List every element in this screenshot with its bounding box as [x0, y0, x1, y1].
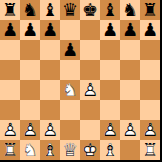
piece-fill: ♜	[0, 0, 20, 20]
square-f6[interactable]	[100, 40, 120, 60]
square-a5[interactable]	[0, 60, 20, 80]
piece-fill: ♟	[60, 40, 80, 60]
square-g5[interactable]	[120, 60, 140, 80]
piece-outline: ♙	[140, 120, 160, 140]
piece-outline: ♙	[100, 120, 120, 140]
piece-white-pawn-icon: ♟♙	[20, 120, 40, 140]
piece-white-rook-icon: ♜♖	[140, 140, 160, 160]
piece-outline: ♙	[80, 80, 100, 100]
square-e7[interactable]	[80, 20, 100, 40]
piece-black-pawn-icon: ♟	[40, 20, 60, 40]
piece-white-rook-icon: ♜♖	[0, 140, 20, 160]
square-a1[interactable]: ♜♖	[0, 140, 20, 160]
piece-white-king-icon: ♚♔	[80, 140, 100, 160]
square-c1[interactable]: ♝♗	[40, 140, 60, 160]
piece-white-pawn-icon: ♟♙	[0, 120, 20, 140]
piece-fill: ♟	[100, 20, 120, 40]
square-b8[interactable]: ♞	[20, 0, 40, 20]
square-g3[interactable]	[120, 100, 140, 120]
piece-white-pawn-icon: ♟♙	[40, 120, 60, 140]
piece-fill: ♚	[80, 0, 100, 20]
square-b7[interactable]: ♟	[20, 20, 40, 40]
square-h5[interactable]	[140, 60, 160, 80]
square-b3[interactable]	[20, 100, 40, 120]
square-a6[interactable]	[0, 40, 20, 60]
piece-black-rook-icon: ♜	[0, 0, 20, 20]
piece-black-pawn-icon: ♟	[140, 20, 160, 40]
square-f1[interactable]: ♝♗	[100, 140, 120, 160]
piece-fill: ♛	[60, 0, 80, 20]
square-b2[interactable]: ♟♙	[20, 120, 40, 140]
square-f7[interactable]: ♟	[100, 20, 120, 40]
square-c3[interactable]	[40, 100, 60, 120]
square-g4[interactable]	[120, 80, 140, 100]
piece-white-knight-icon: ♞♘	[20, 140, 40, 160]
piece-black-bishop-icon: ♝	[40, 0, 60, 20]
piece-black-queen-icon: ♛	[60, 0, 80, 20]
piece-fill: ♞	[20, 0, 40, 20]
square-b1[interactable]: ♞♘	[20, 140, 40, 160]
piece-black-knight-icon: ♞	[20, 0, 40, 20]
piece-fill: ♟	[120, 20, 140, 40]
piece-outline: ♕	[60, 140, 80, 160]
square-c8[interactable]: ♝	[40, 0, 60, 20]
square-a2[interactable]: ♟♙	[0, 120, 20, 140]
piece-white-knight-icon: ♞♘	[60, 80, 80, 100]
square-a3[interactable]	[0, 100, 20, 120]
square-b5[interactable]	[20, 60, 40, 80]
piece-white-pawn-icon: ♟♙	[80, 80, 100, 100]
square-b6[interactable]	[20, 40, 40, 60]
piece-fill: ♞	[120, 0, 140, 20]
piece-outline: ♘	[20, 140, 40, 160]
piece-outline: ♖	[140, 140, 160, 160]
piece-fill: ♟	[140, 20, 160, 40]
piece-black-rook-icon: ♜	[140, 0, 160, 20]
square-g2[interactable]: ♟♙	[120, 120, 140, 140]
square-f5[interactable]	[100, 60, 120, 80]
square-h3[interactable]	[140, 100, 160, 120]
square-f8[interactable]: ♝	[100, 0, 120, 20]
piece-black-pawn-icon: ♟	[60, 40, 80, 60]
square-h2[interactable]: ♟♙	[140, 120, 160, 140]
piece-black-pawn-icon: ♟	[0, 20, 20, 40]
piece-black-bishop-icon: ♝	[100, 0, 120, 20]
square-h1[interactable]: ♜♖	[140, 140, 160, 160]
square-c4[interactable]	[40, 80, 60, 100]
square-e4[interactable]: ♟♙	[80, 80, 100, 100]
square-g1[interactable]	[120, 140, 140, 160]
piece-white-pawn-icon: ♟♙	[100, 120, 120, 140]
piece-fill: ♝	[100, 0, 120, 20]
square-a4[interactable]	[0, 80, 20, 100]
piece-outline: ♗	[40, 140, 60, 160]
square-g8[interactable]: ♞	[120, 0, 140, 20]
square-d1[interactable]: ♛♕	[60, 140, 80, 160]
square-d8[interactable]: ♛	[60, 0, 80, 20]
square-h6[interactable]	[140, 40, 160, 60]
square-d7[interactable]	[60, 20, 80, 40]
piece-outline: ♙	[120, 120, 140, 140]
square-e3[interactable]	[80, 100, 100, 120]
square-d3[interactable]	[60, 100, 80, 120]
piece-fill: ♟	[40, 20, 60, 40]
piece-black-pawn-icon: ♟	[120, 20, 140, 40]
square-b4[interactable]	[20, 80, 40, 100]
piece-white-bishop-icon: ♝♗	[100, 140, 120, 160]
square-f3[interactable]	[100, 100, 120, 120]
square-a7[interactable]: ♟	[0, 20, 20, 40]
piece-black-king-icon: ♚	[80, 0, 100, 20]
square-c7[interactable]: ♟	[40, 20, 60, 40]
piece-black-knight-icon: ♞	[120, 0, 140, 20]
square-h4[interactable]	[140, 80, 160, 100]
piece-fill: ♟	[20, 20, 40, 40]
square-c6[interactable]	[40, 40, 60, 60]
piece-outline: ♙	[40, 120, 60, 140]
piece-white-pawn-icon: ♟♙	[120, 120, 140, 140]
square-e2[interactable]	[80, 120, 100, 140]
square-f4[interactable]	[100, 80, 120, 100]
piece-black-pawn-icon: ♟	[100, 20, 120, 40]
square-e5[interactable]	[80, 60, 100, 80]
square-d2[interactable]	[60, 120, 80, 140]
piece-white-bishop-icon: ♝♗	[40, 140, 60, 160]
piece-outline: ♙	[20, 120, 40, 140]
square-d6[interactable]: ♟	[60, 40, 80, 60]
square-d5[interactable]	[60, 60, 80, 80]
piece-black-pawn-icon: ♟	[20, 20, 40, 40]
piece-outline: ♙	[0, 120, 20, 140]
square-h7[interactable]: ♟	[140, 20, 160, 40]
square-c2[interactable]: ♟♙	[40, 120, 60, 140]
piece-outline: ♖	[0, 140, 20, 160]
square-c5[interactable]	[40, 60, 60, 80]
square-f2[interactable]: ♟♙	[100, 120, 120, 140]
piece-outline: ♘	[60, 80, 80, 100]
square-e6[interactable]	[80, 40, 100, 60]
chess-board: ♜♞♝♛♚♝♞♜♟♟♟♟♟♟♟♞♘♟♙♟♙♟♙♟♙♟♙♟♙♟♙♜♖♞♘♝♗♛♕♚…	[0, 0, 162, 162]
piece-fill: ♟	[0, 20, 20, 40]
piece-fill: ♜	[140, 0, 160, 20]
square-a8[interactable]: ♜	[0, 0, 20, 20]
piece-outline: ♔	[80, 140, 100, 160]
square-d4[interactable]: ♞♘	[60, 80, 80, 100]
piece-outline: ♗	[100, 140, 120, 160]
square-h8[interactable]: ♜	[140, 0, 160, 20]
piece-fill: ♝	[40, 0, 60, 20]
square-e8[interactable]: ♚	[80, 0, 100, 20]
piece-white-queen-icon: ♛♕	[60, 140, 80, 160]
piece-white-pawn-icon: ♟♙	[140, 120, 160, 140]
square-g6[interactable]	[120, 40, 140, 60]
square-g7[interactable]: ♟	[120, 20, 140, 40]
square-e1[interactable]: ♚♔	[80, 140, 100, 160]
